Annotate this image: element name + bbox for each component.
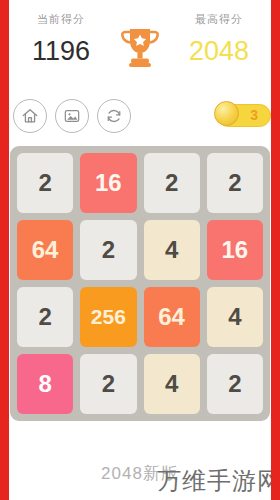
tile-r3c2: 4 (144, 354, 200, 414)
app-screen: 当前得分 1196 最高得分 2048 (0, 0, 280, 500)
tile-r2c0: 2 (17, 287, 73, 347)
best-score-panel: 最高得分 2048 (175, 12, 263, 67)
current-score-panel: 当前得分 1196 (17, 12, 105, 67)
home-icon (20, 106, 40, 126)
best-score-label: 最高得分 (175, 12, 263, 27)
tile-r3c1: 2 (80, 354, 136, 414)
left-red-border (0, 0, 9, 500)
tile-r1c1: 2 (80, 220, 136, 280)
toolbar: 3 (0, 99, 280, 137)
current-score-label: 当前得分 (17, 12, 105, 27)
picture-icon (62, 106, 82, 126)
current-score-value: 1196 (17, 36, 105, 67)
tile-r0c3: 2 (207, 153, 263, 213)
tile-r1c0: 64 (17, 220, 73, 280)
restart-button[interactable] (97, 99, 131, 133)
tile-r2c1: 256 (80, 287, 136, 347)
tile-r3c0: 8 (17, 354, 73, 414)
tile-r3c3: 2 (207, 354, 263, 414)
coin-count: 3 (250, 107, 258, 123)
home-button[interactable] (13, 99, 47, 133)
watermark: 万维手游网 (157, 465, 280, 497)
best-score-value: 2048 (175, 36, 263, 67)
tile-r0c0: 2 (17, 153, 73, 213)
score-header: 当前得分 1196 最高得分 2048 (0, 12, 280, 71)
tile-r0c1: 16 (80, 153, 136, 213)
tile-r1c3: 16 (207, 220, 263, 280)
tile-r0c2: 2 (144, 153, 200, 213)
game-board[interactable]: 2 16 2 2 64 2 4 16 2 256 64 4 8 2 4 2 (10, 146, 270, 421)
tile-r2c2: 64 (144, 287, 200, 347)
coin-icon (214, 101, 239, 126)
tile-r1c2: 4 (144, 220, 200, 280)
trophy-icon (119, 25, 161, 71)
refresh-icon (104, 106, 124, 126)
gallery-button[interactable] (55, 99, 89, 133)
tile-r2c3: 4 (207, 287, 263, 347)
coin-badge[interactable]: 3 (217, 104, 271, 127)
right-red-border (271, 0, 280, 500)
